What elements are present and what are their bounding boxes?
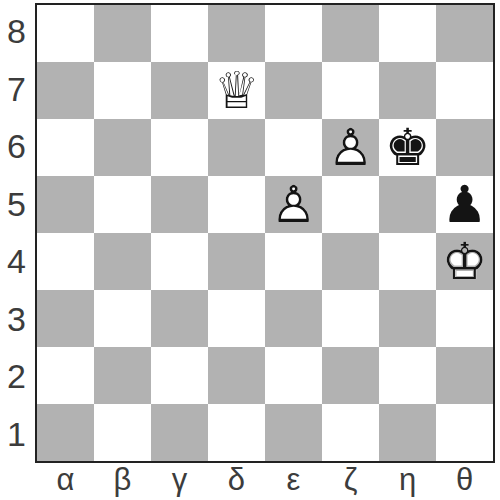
file-label-β: β — [94, 461, 151, 499]
square-ζ3 — [322, 290, 379, 347]
square-ζ7 — [322, 62, 379, 119]
square-ζ5 — [322, 176, 379, 233]
square-β5 — [94, 176, 151, 233]
file-label-η: η — [379, 461, 436, 499]
file-label-ζ: ζ — [322, 461, 379, 499]
rank-label-5: 5 — [0, 176, 33, 234]
square-ε7 — [265, 62, 322, 119]
file-labels: αβγδεζηθ — [37, 461, 493, 499]
square-η6: ♚ — [379, 119, 436, 176]
black-pawn: ♟ — [436, 176, 493, 233]
square-δ3 — [208, 290, 265, 347]
file-label-θ: θ — [436, 461, 493, 499]
rank-label-6: 6 — [0, 118, 33, 176]
square-α6 — [37, 119, 94, 176]
square-β2 — [94, 347, 151, 404]
rank-label-1: 1 — [0, 406, 33, 464]
chess-board: ♛♕♟♙♚♟♙♟♚♔ — [35, 3, 495, 463]
square-α3 — [37, 290, 94, 347]
square-β6 — [94, 119, 151, 176]
square-η8 — [379, 5, 436, 62]
square-α5 — [37, 176, 94, 233]
square-ε1 — [265, 404, 322, 461]
file-label-ε: ε — [265, 461, 322, 499]
chess-diagram: 87654321 ♛♕♟♙♚♟♙♟♚♔ αβγδεζηθ — [0, 0, 500, 500]
square-δ4 — [208, 233, 265, 290]
square-θ3 — [436, 290, 493, 347]
square-β7 — [94, 62, 151, 119]
file-label-δ: δ — [208, 461, 265, 499]
square-ζ4 — [322, 233, 379, 290]
square-δ2 — [208, 347, 265, 404]
file-label-γ: γ — [151, 461, 208, 499]
square-ε8 — [265, 5, 322, 62]
black-king: ♚ — [379, 119, 436, 176]
square-ε6 — [265, 119, 322, 176]
square-α8 — [37, 5, 94, 62]
square-ζ6: ♟♙ — [322, 119, 379, 176]
square-α7 — [37, 62, 94, 119]
rank-label-2: 2 — [0, 348, 33, 406]
rank-label-7: 7 — [0, 61, 33, 119]
square-η1 — [379, 404, 436, 461]
square-β8 — [94, 5, 151, 62]
square-ε3 — [265, 290, 322, 347]
square-ζ8 — [322, 5, 379, 62]
square-η5 — [379, 176, 436, 233]
rank-label-8: 8 — [0, 3, 33, 61]
square-β3 — [94, 290, 151, 347]
square-α2 — [37, 347, 94, 404]
square-ζ2 — [322, 347, 379, 404]
square-θ1 — [436, 404, 493, 461]
square-θ2 — [436, 347, 493, 404]
square-γ6 — [151, 119, 208, 176]
file-label-α: α — [37, 461, 94, 499]
square-γ7 — [151, 62, 208, 119]
square-α4 — [37, 233, 94, 290]
square-δ6 — [208, 119, 265, 176]
square-θ8 — [436, 5, 493, 62]
square-γ3 — [151, 290, 208, 347]
square-γ4 — [151, 233, 208, 290]
square-θ6 — [436, 119, 493, 176]
rank-label-4: 4 — [0, 233, 33, 291]
square-γ5 — [151, 176, 208, 233]
square-δ5 — [208, 176, 265, 233]
square-ε5: ♟♙ — [265, 176, 322, 233]
square-η3 — [379, 290, 436, 347]
rank-labels: 87654321 — [0, 3, 33, 463]
square-γ2 — [151, 347, 208, 404]
square-β4 — [94, 233, 151, 290]
square-γ1 — [151, 404, 208, 461]
square-θ7 — [436, 62, 493, 119]
square-θ4: ♚♔ — [436, 233, 493, 290]
square-γ8 — [151, 5, 208, 62]
square-δ8 — [208, 5, 265, 62]
square-ε4 — [265, 233, 322, 290]
square-δ7: ♛♕ — [208, 62, 265, 119]
square-η4 — [379, 233, 436, 290]
square-β1 — [94, 404, 151, 461]
square-δ1 — [208, 404, 265, 461]
white-pawn: ♟♙ — [322, 119, 379, 176]
square-ζ1 — [322, 404, 379, 461]
square-ε2 — [265, 347, 322, 404]
white-king: ♚♔ — [436, 233, 493, 290]
square-η7 — [379, 62, 436, 119]
square-α1 — [37, 404, 94, 461]
white-pawn: ♟♙ — [265, 176, 322, 233]
square-η2 — [379, 347, 436, 404]
rank-label-3: 3 — [0, 291, 33, 349]
square-θ5: ♟ — [436, 176, 493, 233]
white-queen: ♛♕ — [208, 62, 265, 119]
